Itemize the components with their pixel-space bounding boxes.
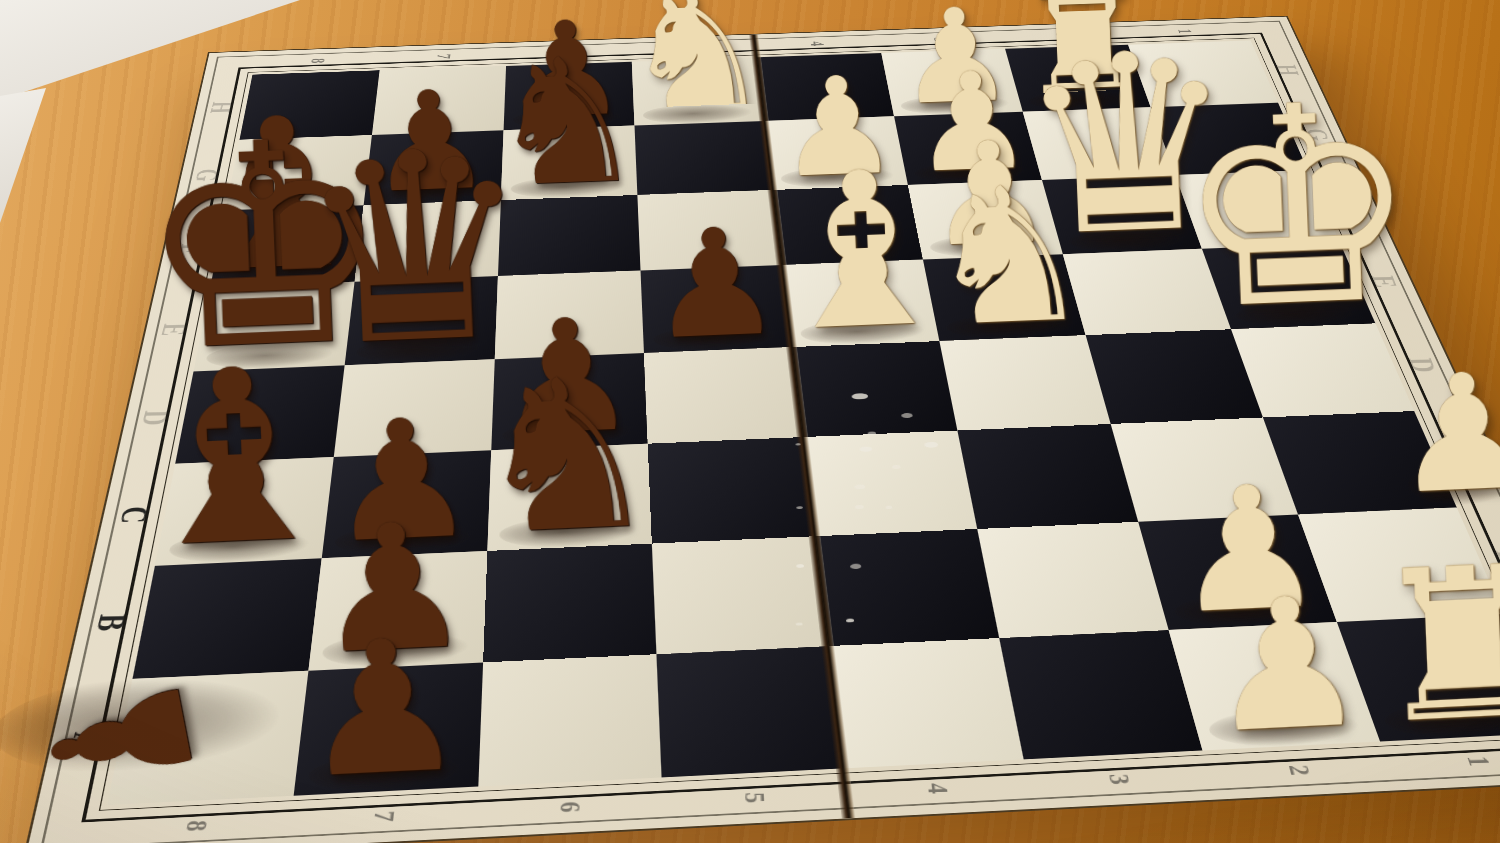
square-a5 bbox=[656, 646, 843, 777]
square-c8: ♝ bbox=[155, 457, 334, 566]
square-c6: ♞ bbox=[487, 444, 651, 551]
square-d2 bbox=[1086, 329, 1263, 424]
rank-label-7: 7 bbox=[432, 54, 456, 59]
board-perspective-wrap: 87654321H♟♞♟♜HG♟♞♟♟GF♝♟♛FE♚♛♟♝♞♚ED♟DC♝♟♞… bbox=[23, 16, 1500, 843]
square-a6 bbox=[478, 654, 661, 786]
square-c5 bbox=[648, 437, 815, 543]
piece-black-pawn-a7: ♟ bbox=[297, 628, 469, 792]
rank-label-4: 4 bbox=[806, 41, 829, 46]
square-a3 bbox=[999, 630, 1202, 759]
near-margin-rank-6: 6 bbox=[476, 777, 663, 837]
square-c4 bbox=[803, 430, 977, 536]
rank-label-4: 4 bbox=[920, 783, 955, 795]
rank-label-8: 8 bbox=[178, 820, 214, 832]
piece-white-bishop-e4: ♝ bbox=[763, 157, 961, 346]
square-e1: ♚ bbox=[1202, 243, 1376, 329]
near-margin-rank-5: 5 bbox=[662, 768, 850, 827]
photo-scene: 87654321H♟♞♟♜HG♟♞♟♟GF♝♟♛FE♚♛♟♝♞♚ED♟DC♝♟♞… bbox=[0, 0, 1500, 843]
piece-white-king-e1: ♚ bbox=[1172, 88, 1423, 329]
rank-label-3: 3 bbox=[1102, 774, 1137, 785]
square-b3 bbox=[977, 522, 1168, 638]
near-margin-rank-1: 1 bbox=[1380, 733, 1500, 791]
square-c3 bbox=[957, 424, 1138, 529]
near-margin-rank-8: 8 bbox=[97, 796, 293, 843]
chess-board: 87654321H♟♞♟♜HG♟♞♟♟GF♝♟♛FE♚♛♟♝♞♚ED♟DC♝♟♞… bbox=[22, 16, 1500, 843]
near-margin-rank-7: 7 bbox=[288, 787, 479, 843]
piece-white-rook-a1: ♜ bbox=[1368, 553, 1500, 738]
square-d4 bbox=[792, 341, 957, 437]
square-e4: ♝ bbox=[782, 260, 939, 348]
square-d5 bbox=[644, 347, 803, 444]
rank-label-5: 5 bbox=[738, 792, 772, 804]
square-g5 bbox=[634, 121, 773, 195]
square-a2: ♟ bbox=[1169, 622, 1380, 750]
piece-black-knight-c6: ♞ bbox=[469, 364, 663, 549]
rank-label-8: 8 bbox=[306, 58, 330, 63]
piece-white-pawn-margin: ♟ bbox=[1390, 364, 1500, 506]
square-b6 bbox=[483, 544, 656, 663]
square-h5: ♞ bbox=[632, 57, 765, 125]
piece-black-pawn-e5: ♟ bbox=[646, 219, 784, 350]
square-a7: ♟ bbox=[294, 662, 483, 795]
paint-scuff bbox=[859, 446, 872, 452]
margin-corner bbox=[1241, 17, 1297, 41]
piece-white-pawn-a2: ♟ bbox=[1205, 586, 1370, 746]
rank-label-7: 7 bbox=[366, 811, 401, 823]
square-d3 bbox=[939, 335, 1110, 430]
near-margin-rank-2: 2 bbox=[1203, 742, 1398, 800]
square-b5 bbox=[652, 536, 829, 654]
rank-label-2: 2 bbox=[1281, 765, 1317, 776]
square-b4 bbox=[815, 529, 999, 646]
near-margin-rank-3: 3 bbox=[1024, 750, 1217, 809]
square-a4 bbox=[828, 638, 1023, 768]
margin-corner bbox=[204, 51, 257, 76]
rank-label-1: 1 bbox=[1460, 756, 1496, 767]
margin-corner bbox=[25, 805, 108, 843]
near-margin-rank-4: 4 bbox=[843, 759, 1033, 818]
rank-label-6: 6 bbox=[553, 801, 587, 813]
paint-scuff bbox=[854, 484, 865, 489]
